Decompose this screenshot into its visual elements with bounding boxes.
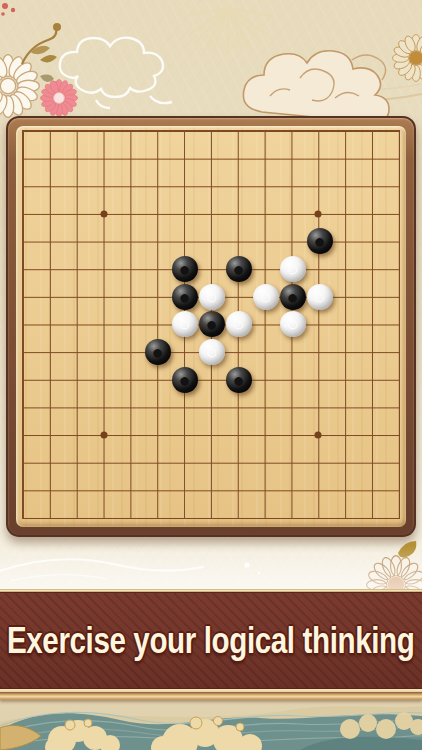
banner-glow (0, 545, 422, 589)
pink-chrysanthemum-icon (40, 79, 77, 116)
stone-black[interactable]: ● (172, 367, 198, 393)
stones-layer: ●●●●●●●●●○○○○○○○○ (16, 126, 406, 527)
stone-white[interactable]: ○ (280, 256, 306, 282)
stone-black[interactable]: ● (226, 367, 252, 393)
chrysanthemum-flower-icon (0, 55, 39, 118)
stone-white[interactable]: ○ (280, 311, 306, 337)
stone-white[interactable]: ○ (226, 311, 252, 337)
stone-black[interactable]: ● (172, 256, 198, 282)
stone-white[interactable]: ○ (199, 284, 225, 310)
red-petal-bits (1, 3, 15, 16)
stone-white[interactable]: ○ (307, 284, 333, 310)
stone-white[interactable]: ○ (172, 311, 198, 337)
stone-white[interactable]: ○ (253, 284, 279, 310)
chrysanthemum-flower-icon (392, 34, 422, 81)
stone-white[interactable]: ○ (199, 339, 225, 365)
stone-black[interactable]: ● (280, 284, 306, 310)
firework-icon (184, 8, 272, 52)
tagline-text: Exercise your logical thinking (7, 620, 414, 662)
screen: ●●●●●●●●●○○○○○○○○ Exercise your logical … (0, 0, 422, 750)
banner-gold-bar (0, 692, 422, 700)
gomoku-board[interactable]: ●●●●●●●●●○○○○○○○○ (6, 116, 416, 537)
banner: Exercise your logical thinking (0, 589, 422, 700)
stone-black[interactable]: ● (172, 284, 198, 310)
stone-black[interactable]: ● (199, 311, 225, 337)
banner-body: Exercise your logical thinking (0, 592, 422, 689)
stone-black[interactable]: ● (226, 256, 252, 282)
stone-black[interactable]: ● (145, 339, 171, 365)
wave-footer (0, 700, 422, 750)
stone-black[interactable]: ● (307, 228, 333, 254)
wave-pattern-icon (0, 700, 422, 750)
cloud-icon (243, 51, 389, 123)
board-surface: ●●●●●●●●●○○○○○○○○ (16, 126, 406, 527)
